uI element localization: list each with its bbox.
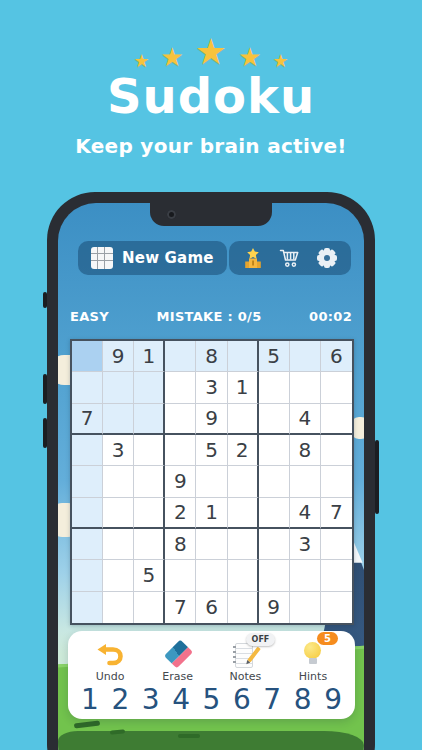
- notes-toggle-badge: OFF: [246, 633, 276, 646]
- sudoku-cell-r3c9[interactable]: [321, 404, 352, 435]
- sudoku-cell-r6c9[interactable]: 7: [321, 498, 352, 529]
- sudoku-cell-r9c3[interactable]: [134, 592, 165, 623]
- sudoku-cell-r2c4[interactable]: [165, 372, 196, 403]
- sudoku-cell-r3c5[interactable]: 9: [196, 404, 227, 435]
- star-icon: ★: [238, 44, 261, 70]
- sudoku-cell-r4c8[interactable]: 8: [290, 435, 321, 466]
- lightbulb-icon: [301, 642, 325, 668]
- sudoku-cell-r3c3[interactable]: [134, 404, 165, 435]
- sudoku-cell-r2c8[interactable]: [290, 372, 321, 403]
- sudoku-cell-r7c1[interactable]: [72, 529, 103, 560]
- sudoku-cell-r1c4[interactable]: [165, 341, 196, 372]
- phone-notch: [150, 203, 272, 226]
- sudoku-cell-r5c6[interactable]: [228, 466, 259, 497]
- sudoku-cell-r1c1[interactable]: [72, 341, 103, 372]
- sudoku-cell-r6c5[interactable]: 1: [196, 498, 227, 529]
- sudoku-cell-r3c2[interactable]: [103, 404, 134, 435]
- sudoku-cell-r2c2[interactable]: [103, 372, 134, 403]
- erase-label: Erase: [162, 670, 193, 683]
- sudoku-cell-r6c3[interactable]: [134, 498, 165, 529]
- sudoku-cell-r8c1[interactable]: [72, 560, 103, 591]
- game-screen: New Game: [58, 203, 364, 750]
- sudoku-cell-r9c8[interactable]: [290, 592, 321, 623]
- sudoku-cell-r3c4[interactable]: [165, 404, 196, 435]
- control-card: Undo Erase OFF: [68, 631, 355, 719]
- sudoku-cell-r5c8[interactable]: [290, 466, 321, 497]
- mini-sudoku-grid-icon: [91, 247, 113, 269]
- sudoku-cell-r1c2[interactable]: 9: [103, 341, 134, 372]
- eraser-icon: [163, 640, 193, 668]
- numpad-key-6[interactable]: 6: [233, 684, 251, 716]
- sudoku-cell-r5c2[interactable]: [103, 466, 134, 497]
- sudoku-cell-r7c2[interactable]: [103, 529, 134, 560]
- app-title: Sudoku: [0, 68, 422, 124]
- sudoku-cell-r1c8[interactable]: [290, 341, 321, 372]
- sudoku-cell-r3c1[interactable]: 7: [72, 404, 103, 435]
- sudoku-cell-r1c6[interactable]: [228, 341, 259, 372]
- sudoku-cell-r7c3[interactable]: [134, 529, 165, 560]
- sudoku-cell-r5c4[interactable]: 9: [165, 466, 196, 497]
- numpad-key-3[interactable]: 3: [142, 684, 160, 716]
- grass-shadow-band: [58, 731, 364, 750]
- sudoku-cell-r3c7[interactable]: [259, 404, 290, 435]
- sudoku-cell-r5c1[interactable]: [72, 466, 103, 497]
- numpad-key-4[interactable]: 4: [172, 684, 190, 716]
- erase-button[interactable]: Erase: [150, 640, 206, 683]
- sudoku-cell-r5c5[interactable]: [196, 466, 227, 497]
- status-bar: EASY MISTAKE : 0/5 00:02: [58, 309, 364, 324]
- numpad-key-7[interactable]: 7: [263, 684, 281, 716]
- notes-label: Notes: [229, 670, 261, 683]
- sudoku-cell-r7c5[interactable]: [196, 529, 227, 560]
- sudoku-cell-r8c2[interactable]: [103, 560, 134, 591]
- sudoku-cell-r4c1[interactable]: [72, 435, 103, 466]
- numpad-key-1[interactable]: 1: [81, 684, 99, 716]
- sudoku-cell-r7c9[interactable]: [321, 529, 352, 560]
- sudoku-cell-r7c8[interactable]: 3: [290, 529, 321, 560]
- sudoku-cell-r4c7[interactable]: [259, 435, 290, 466]
- numpad-key-9[interactable]: 9: [324, 684, 342, 716]
- sudoku-cell-r9c7[interactable]: 9: [259, 592, 290, 623]
- notes-button[interactable]: OFF Notes: [217, 640, 273, 683]
- grass-detail: [178, 734, 200, 738]
- shopping-cart-icon: [279, 248, 301, 268]
- star-icon: ★: [161, 44, 184, 70]
- app-tagline: Keep your brain active!: [0, 134, 422, 158]
- sudoku-cell-r9c2[interactable]: [103, 592, 134, 623]
- sudoku-cell-r7c4[interactable]: 8: [165, 529, 196, 560]
- sudoku-cell-r5c3[interactable]: [134, 466, 165, 497]
- number-pad: 123456789: [68, 683, 355, 716]
- gear-icon: [317, 248, 337, 268]
- sudoku-cell-r8c3[interactable]: 5: [134, 560, 165, 591]
- phone-frame: New Game: [47, 192, 375, 750]
- sudoku-cell-r4c4[interactable]: [165, 435, 196, 466]
- sudoku-cell-r6c1[interactable]: [72, 498, 103, 529]
- app-store-screenshot: { "game": "sudoku", "position": ".91.8.5…: [0, 0, 422, 750]
- leaderboard-trophy-button[interactable]: [242, 247, 264, 269]
- sudoku-cell-r7c7[interactable]: [259, 529, 290, 560]
- mistake-counter: MISTAKE : 0/5: [157, 309, 262, 324]
- numpad-key-5[interactable]: 5: [203, 684, 221, 716]
- sudoku-cell-r8c8[interactable]: [290, 560, 321, 591]
- sudoku-cell-r4c3[interactable]: [134, 435, 165, 466]
- sudoku-cell-r2c9[interactable]: [321, 372, 352, 403]
- timer: 00:02: [309, 309, 352, 324]
- hints-count-badge: 5: [317, 632, 338, 645]
- new-game-button[interactable]: New Game: [78, 241, 227, 275]
- hints-label: Hints: [299, 670, 327, 683]
- sudoku-cell-r4c9[interactable]: [321, 435, 352, 466]
- sudoku-cell-r9c5[interactable]: 6: [196, 592, 227, 623]
- star-icon: ★: [195, 34, 227, 70]
- numpad-key-2[interactable]: 2: [111, 684, 129, 716]
- sudoku-cell-r9c4[interactable]: 7: [165, 592, 196, 623]
- undo-label: Undo: [96, 670, 125, 683]
- sudoku-cell-r3c8[interactable]: 4: [290, 404, 321, 435]
- sudoku-cell-r1c7[interactable]: 5: [259, 341, 290, 372]
- sudoku-cell-r8c7[interactable]: [259, 560, 290, 591]
- shop-button[interactable]: [279, 247, 301, 269]
- difficulty-label: EASY: [70, 309, 109, 324]
- star-rating: ★★★★★: [0, 26, 422, 70]
- sudoku-cell-r4c5[interactable]: 5: [196, 435, 227, 466]
- settings-button[interactable]: [316, 247, 338, 269]
- undo-button[interactable]: Undo: [82, 640, 138, 683]
- top-icon-group: [229, 241, 351, 275]
- sudoku-cell-r6c2[interactable]: [103, 498, 134, 529]
- phone-mute-switch: [43, 292, 47, 308]
- sudoku-cell-r1c9[interactable]: 6: [321, 341, 352, 372]
- sudoku-cell-r6c4[interactable]: 2: [165, 498, 196, 529]
- tool-row: Undo Erase OFF: [68, 631, 355, 683]
- front-camera: [167, 210, 176, 219]
- sudoku-cell-r6c7[interactable]: [259, 498, 290, 529]
- sudoku-cell-r9c9[interactable]: [321, 592, 352, 623]
- phone-volume-down-button: [43, 418, 47, 448]
- sudoku-cell-r2c7[interactable]: [259, 372, 290, 403]
- sudoku-cell-r2c6[interactable]: 1: [228, 372, 259, 403]
- sudoku-cell-r2c1[interactable]: [72, 372, 103, 403]
- sudoku-cell-r9c6[interactable]: [228, 592, 259, 623]
- sudoku-cell-r8c6[interactable]: [228, 560, 259, 591]
- sudoku-cell-r3c6[interactable]: [228, 404, 259, 435]
- sudoku-cell-r6c8[interactable]: 4: [290, 498, 321, 529]
- sudoku-cell-r1c5[interactable]: 8: [196, 341, 227, 372]
- phone-power-button: [375, 440, 379, 514]
- phone-volume-up-button: [43, 374, 47, 404]
- sudoku-cell-r6c6[interactable]: [228, 498, 259, 529]
- sudoku-cell-r5c7[interactable]: [259, 466, 290, 497]
- sudoku-cell-r5c9[interactable]: [321, 466, 352, 497]
- new-game-label: New Game: [122, 249, 214, 267]
- sudoku-cell-r9c1[interactable]: [72, 592, 103, 623]
- sudoku-cell-r8c5[interactable]: [196, 560, 227, 591]
- hints-button[interactable]: 5 Hints: [285, 640, 341, 683]
- sudoku-cell-r7c6[interactable]: [228, 529, 259, 560]
- trophy-podium-icon: [242, 247, 264, 269]
- undo-arrow-icon: [96, 643, 124, 668]
- sudoku-cell-r8c9[interactable]: [321, 560, 352, 591]
- sudoku-cell-r2c5[interactable]: 3: [196, 372, 227, 403]
- sudoku-cell-r4c6[interactable]: 2: [228, 435, 259, 466]
- sudoku-cell-r1c3[interactable]: 1: [134, 341, 165, 372]
- sudoku-cell-r4c2[interactable]: 3: [103, 435, 134, 466]
- numpad-key-8[interactable]: 8: [294, 684, 312, 716]
- sudoku-cell-r8c4[interactable]: [165, 560, 196, 591]
- sudoku-board: 9185631794352892147835769: [70, 339, 354, 625]
- sudoku-cell-r2c3[interactable]: [134, 372, 165, 403]
